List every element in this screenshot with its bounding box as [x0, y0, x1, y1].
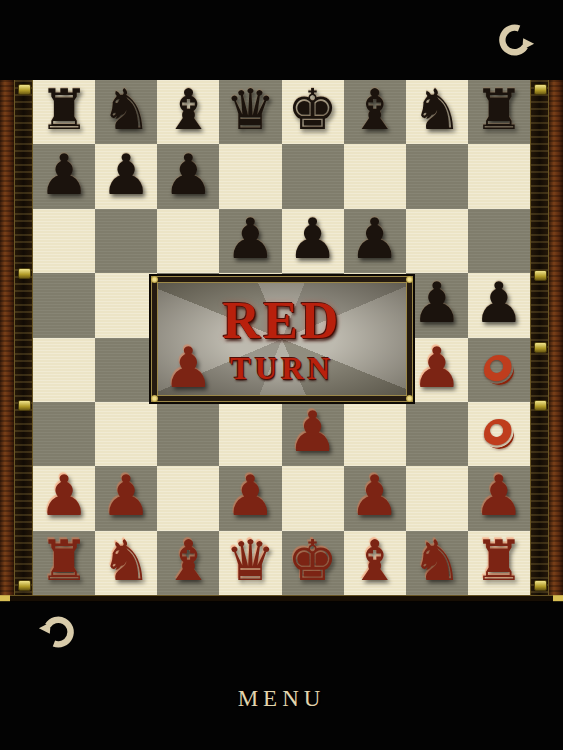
square-g8[interactable]: ♞ [406, 80, 468, 144]
red-bishop-f1[interactable]: ♝ [350, 533, 400, 589]
square-h2[interactable]: ♟ [468, 466, 530, 530]
square-e8[interactable]: ♚ [282, 80, 344, 144]
square-e3[interactable]: ♟ [282, 402, 344, 466]
square-f3[interactable] [344, 402, 406, 466]
black-pawn-b7[interactable]: ♟ [101, 147, 151, 203]
black-pawn-f6[interactable]: ♟ [350, 211, 400, 267]
square-g1[interactable]: ♞ [406, 531, 468, 595]
chess-board: ♜♞♝♛♚♝♞♜♟♟♟♟♟♟♟♟♟♟♟♟♟♟♟♟♜♞♝♛♚♝♞♜ RED TUR… [0, 80, 563, 595]
square-h7[interactable] [468, 144, 530, 208]
square-d8[interactable]: ♛ [219, 80, 281, 144]
gold-clasp [18, 268, 31, 279]
turn-banner-title: RED [223, 295, 342, 347]
black-knight-g8[interactable]: ♞ [412, 82, 462, 138]
square-e6[interactable]: ♟ [282, 209, 344, 273]
square-c2[interactable] [157, 466, 219, 530]
square-e1[interactable]: ♚ [282, 531, 344, 595]
square-g7[interactable] [406, 144, 468, 208]
gold-clasp [18, 84, 31, 95]
gold-clasp [534, 84, 547, 95]
square-c4[interactable]: ♟ [157, 338, 219, 402]
red-rook-a1[interactable]: ♜ [39, 533, 89, 589]
square-b2[interactable]: ♟ [95, 466, 157, 530]
square-f2[interactable]: ♟ [344, 466, 406, 530]
black-knight-b8[interactable]: ♞ [101, 82, 151, 138]
square-h4[interactable] [468, 338, 530, 402]
black-pawn-c7[interactable]: ♟ [163, 147, 213, 203]
square-f1[interactable]: ♝ [344, 531, 406, 595]
square-d6[interactable]: ♟ [219, 209, 281, 273]
square-g2[interactable] [406, 466, 468, 530]
rotate-counterclockwise-icon [38, 612, 78, 652]
black-pawn-a7[interactable]: ♟ [39, 147, 89, 203]
black-bishop-c8[interactable]: ♝ [163, 82, 213, 138]
black-pawn-h5[interactable]: ♟ [474, 275, 524, 331]
square-a3[interactable] [33, 402, 95, 466]
board-frame-right [530, 80, 563, 595]
square-b1[interactable]: ♞ [95, 531, 157, 595]
black-pawn-g5[interactable]: ♟ [412, 275, 462, 331]
black-king-e8[interactable]: ♚ [287, 82, 337, 138]
rotate-board-top-button[interactable] [495, 18, 539, 62]
square-b6[interactable] [95, 209, 157, 273]
square-e7[interactable] [282, 144, 344, 208]
square-c6[interactable] [157, 209, 219, 273]
square-a7[interactable]: ♟ [33, 144, 95, 208]
square-b7[interactable]: ♟ [95, 144, 157, 208]
rotate-board-bottom-button[interactable] [38, 610, 82, 654]
square-a6[interactable] [33, 209, 95, 273]
black-pawn-e6[interactable]: ♟ [287, 211, 337, 267]
red-rook-h1[interactable]: ♜ [474, 533, 524, 589]
red-knight-g1[interactable]: ♞ [412, 533, 462, 589]
gold-clasp [18, 580, 31, 591]
square-d3[interactable] [219, 402, 281, 466]
square-e2[interactable] [282, 466, 344, 530]
red-king-e1[interactable]: ♚ [287, 533, 337, 589]
gold-clasp [534, 580, 547, 591]
square-b8[interactable]: ♞ [95, 80, 157, 144]
square-a5[interactable] [33, 273, 95, 337]
square-h6[interactable] [468, 209, 530, 273]
wood-trim [549, 80, 563, 595]
gold-clasp [534, 342, 547, 353]
red-pawn-b2[interactable]: ♟ [101, 468, 151, 524]
square-d1[interactable]: ♛ [219, 531, 281, 595]
square-b3[interactable] [95, 402, 157, 466]
square-c1[interactable]: ♝ [157, 531, 219, 595]
banner-corner-ornament [151, 276, 158, 283]
black-queen-d8[interactable]: ♛ [225, 82, 275, 138]
board-frame-left [0, 80, 33, 595]
square-c7[interactable]: ♟ [157, 144, 219, 208]
gold-clasp [534, 270, 547, 281]
black-rook-h8[interactable]: ♜ [474, 82, 524, 138]
square-h8[interactable]: ♜ [468, 80, 530, 144]
square-h3[interactable] [468, 402, 530, 466]
square-d7[interactable] [219, 144, 281, 208]
square-h1[interactable]: ♜ [468, 531, 530, 595]
red-pawn-d2[interactable]: ♟ [225, 468, 275, 524]
game-screen: ♜♞♝♛♚♝♞♜♟♟♟♟♟♟♟♟♟♟♟♟♟♟♟♟♜♞♝♛♚♝♞♜ RED TUR… [0, 0, 563, 750]
board-bottom-edge [0, 595, 563, 602]
move-indicator-h3[interactable] [484, 419, 514, 449]
red-pawn-c4[interactable]: ♟ [163, 340, 213, 396]
black-pawn-d6[interactable]: ♟ [225, 211, 275, 267]
red-pawn-e3[interactable]: ♟ [287, 404, 337, 460]
square-b5[interactable] [95, 273, 157, 337]
square-g5[interactable]: ♟ [406, 273, 468, 337]
square-a4[interactable] [33, 338, 95, 402]
move-indicator-h4[interactable] [484, 355, 514, 385]
gold-clasp [534, 400, 547, 411]
square-a8[interactable]: ♜ [33, 80, 95, 144]
menu-button[interactable]: MENU [0, 686, 563, 712]
square-a2[interactable]: ♟ [33, 466, 95, 530]
red-knight-b1[interactable]: ♞ [101, 533, 151, 589]
wood-trim [0, 80, 14, 595]
black-rook-a8[interactable]: ♜ [39, 82, 89, 138]
turn-banner-subtitle: TURN [230, 353, 334, 384]
square-b4[interactable] [95, 338, 157, 402]
banner-corner-ornament [151, 395, 158, 402]
gold-clasp [18, 400, 31, 411]
black-bishop-f8[interactable]: ♝ [350, 82, 400, 138]
square-a1[interactable]: ♜ [33, 531, 95, 595]
square-h5[interactable]: ♟ [468, 273, 530, 337]
red-pawn-f2[interactable]: ♟ [350, 468, 400, 524]
square-f7[interactable] [344, 144, 406, 208]
square-f6[interactable]: ♟ [344, 209, 406, 273]
square-c3[interactable] [157, 402, 219, 466]
red-queen-d1[interactable]: ♛ [225, 533, 275, 589]
square-g6[interactable] [406, 209, 468, 273]
square-d2[interactable]: ♟ [219, 466, 281, 530]
square-g4[interactable]: ♟ [406, 338, 468, 402]
rotate-clockwise-icon [495, 20, 535, 60]
ornate-trim [14, 80, 33, 595]
red-pawn-a2[interactable]: ♟ [39, 468, 89, 524]
red-pawn-h2[interactable]: ♟ [474, 468, 524, 524]
square-g3[interactable] [406, 402, 468, 466]
ornate-trim [530, 80, 549, 595]
red-pawn-g4[interactable]: ♟ [412, 340, 462, 396]
square-c8[interactable]: ♝ [157, 80, 219, 144]
square-f8[interactable]: ♝ [344, 80, 406, 144]
red-bishop-c1[interactable]: ♝ [163, 533, 213, 589]
